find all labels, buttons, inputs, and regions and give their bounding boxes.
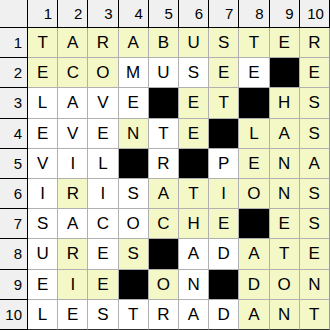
cell-r7c6[interactable]: H: [179, 209, 209, 239]
cell-r1c4[interactable]: A: [119, 28, 149, 58]
cell-r2c7[interactable]: E: [209, 58, 239, 88]
row-header-8: 8: [0, 239, 28, 269]
cell-r2c1[interactable]: E: [28, 58, 58, 88]
col-header-5: 5: [149, 0, 179, 28]
cell-r4c4[interactable]: N: [119, 119, 149, 149]
cell-r10c2[interactable]: E: [58, 300, 88, 330]
cell-r3c2[interactable]: A: [58, 88, 88, 118]
cell-r6c4[interactable]: S: [119, 179, 149, 209]
cell-r3c4[interactable]: E: [119, 88, 149, 118]
cell-r9c2[interactable]: I: [58, 270, 88, 300]
cell-r10c10[interactable]: T: [300, 300, 330, 330]
cell-r7c4[interactable]: O: [119, 209, 149, 239]
cell-r4c1[interactable]: E: [28, 119, 58, 149]
row-header-1: 1: [0, 28, 28, 58]
cell-r8c4[interactable]: S: [119, 239, 149, 269]
col-header-4: 4: [119, 0, 149, 28]
cell-r7c7[interactable]: E: [209, 209, 239, 239]
cell-r8c6[interactable]: A: [179, 239, 209, 269]
cell-r6c2[interactable]: R: [58, 179, 88, 209]
col-header-9: 9: [270, 0, 300, 28]
block-r2c9: [270, 58, 300, 88]
cell-r2c6[interactable]: S: [179, 58, 209, 88]
col-header-7: 7: [209, 0, 239, 28]
row-header-5: 5: [0, 149, 28, 179]
cell-r7c3[interactable]: C: [88, 209, 118, 239]
cell-r4c5[interactable]: T: [149, 119, 179, 149]
cell-r6c6[interactable]: T: [179, 179, 209, 209]
cell-r9c8[interactable]: D: [239, 270, 269, 300]
cell-r1c1[interactable]: T: [28, 28, 58, 58]
cell-r3c10[interactable]: S: [300, 88, 330, 118]
cell-r6c3[interactable]: I: [88, 179, 118, 209]
cell-r4c10[interactable]: S: [300, 119, 330, 149]
cell-r6c7[interactable]: I: [209, 179, 239, 209]
cell-r10c7[interactable]: D: [209, 300, 239, 330]
cell-r5c8[interactable]: E: [239, 149, 269, 179]
cell-r1c3[interactable]: R: [88, 28, 118, 58]
crossword-board: 123456789101TARABUSTER2ECOMUSEEE3LAVEETH…: [0, 0, 330, 330]
block-r9c7: [209, 270, 239, 300]
row-header-9: 9: [0, 270, 28, 300]
cell-r10c5[interactable]: R: [149, 300, 179, 330]
cell-r8c2[interactable]: R: [58, 239, 88, 269]
cell-r9c1[interactable]: E: [28, 270, 58, 300]
cell-r10c4[interactable]: T: [119, 300, 149, 330]
cell-r4c8[interactable]: L: [239, 119, 269, 149]
row-header-2: 2: [0, 58, 28, 88]
cell-r2c2[interactable]: C: [58, 58, 88, 88]
cell-r10c8[interactable]: A: [239, 300, 269, 330]
cell-r9c5[interactable]: O: [149, 270, 179, 300]
block-r7c8: [239, 209, 269, 239]
cell-r4c2[interactable]: V: [58, 119, 88, 149]
cell-r10c6[interactable]: A: [179, 300, 209, 330]
col-header-6: 6: [179, 0, 209, 28]
cell-r8c3[interactable]: E: [88, 239, 118, 269]
cell-r5c5[interactable]: R: [149, 149, 179, 179]
cell-r8c1[interactable]: U: [28, 239, 58, 269]
cell-r3c1[interactable]: L: [28, 88, 58, 118]
cell-r7c5[interactable]: C: [149, 209, 179, 239]
corner-cell: [0, 0, 28, 28]
cell-r8c10[interactable]: E: [300, 239, 330, 269]
block-r5c6: [179, 149, 209, 179]
col-header-1: 1: [28, 0, 58, 28]
cell-r5c9[interactable]: N: [270, 149, 300, 179]
cell-r3c6[interactable]: E: [179, 88, 209, 118]
col-header-3: 3: [88, 0, 118, 28]
cell-r3c3[interactable]: V: [88, 88, 118, 118]
col-header-2: 2: [58, 0, 88, 28]
cell-r7c1[interactable]: S: [28, 209, 58, 239]
block-r8c5: [149, 239, 179, 269]
cell-r8c8[interactable]: A: [239, 239, 269, 269]
row-header-4: 4: [0, 119, 28, 149]
cell-r2c5[interactable]: U: [149, 58, 179, 88]
cell-r8c9[interactable]: T: [270, 239, 300, 269]
block-r9c4: [119, 270, 149, 300]
cell-r5c2[interactable]: I: [58, 149, 88, 179]
cell-r5c10[interactable]: A: [300, 149, 330, 179]
row-header-6: 6: [0, 179, 28, 209]
cell-r3c9[interactable]: H: [270, 88, 300, 118]
cell-r2c8[interactable]: E: [239, 58, 269, 88]
cell-r2c3[interactable]: O: [88, 58, 118, 88]
cell-r10c3[interactable]: S: [88, 300, 118, 330]
cell-r6c9[interactable]: N: [270, 179, 300, 209]
cell-r10c1[interactable]: L: [28, 300, 58, 330]
block-r5c4: [119, 149, 149, 179]
row-header-3: 3: [0, 88, 28, 118]
cell-r7c10[interactable]: S: [300, 209, 330, 239]
cell-r9c10[interactable]: N: [300, 270, 330, 300]
cell-r6c5[interactable]: A: [149, 179, 179, 209]
cell-r9c6[interactable]: N: [179, 270, 209, 300]
cell-r3c7[interactable]: T: [209, 88, 239, 118]
cell-r2c4[interactable]: M: [119, 58, 149, 88]
cell-r1c6[interactable]: U: [179, 28, 209, 58]
cell-r6c8[interactable]: O: [239, 179, 269, 209]
cell-r1c10[interactable]: R: [300, 28, 330, 58]
cell-r7c2[interactable]: A: [58, 209, 88, 239]
cell-r2c10[interactable]: E: [300, 58, 330, 88]
row-header-7: 7: [0, 209, 28, 239]
row-header-10: 10: [0, 300, 28, 330]
block-r3c8: [239, 88, 269, 118]
col-header-10: 10: [300, 0, 330, 28]
cell-r1c9[interactable]: E: [270, 28, 300, 58]
cell-r7c9[interactable]: E: [270, 209, 300, 239]
cell-r6c10[interactable]: S: [300, 179, 330, 209]
cell-r4c6[interactable]: E: [179, 119, 209, 149]
cell-r6c1[interactable]: I: [28, 179, 58, 209]
cell-r1c8[interactable]: T: [239, 28, 269, 58]
cell-r10c9[interactable]: N: [270, 300, 300, 330]
block-r3c5: [149, 88, 179, 118]
cell-r5c3[interactable]: L: [88, 149, 118, 179]
cell-r9c9[interactable]: O: [270, 270, 300, 300]
cell-r4c3[interactable]: E: [88, 119, 118, 149]
cell-r1c5[interactable]: B: [149, 28, 179, 58]
block-r4c7: [209, 119, 239, 149]
cell-r9c3[interactable]: E: [88, 270, 118, 300]
cell-r5c1[interactable]: V: [28, 149, 58, 179]
cell-r4c9[interactable]: A: [270, 119, 300, 149]
cell-r1c2[interactable]: A: [58, 28, 88, 58]
cell-r5c7[interactable]: P: [209, 149, 239, 179]
cell-r1c7[interactable]: S: [209, 28, 239, 58]
cell-r8c7[interactable]: D: [209, 239, 239, 269]
col-header-8: 8: [239, 0, 269, 28]
